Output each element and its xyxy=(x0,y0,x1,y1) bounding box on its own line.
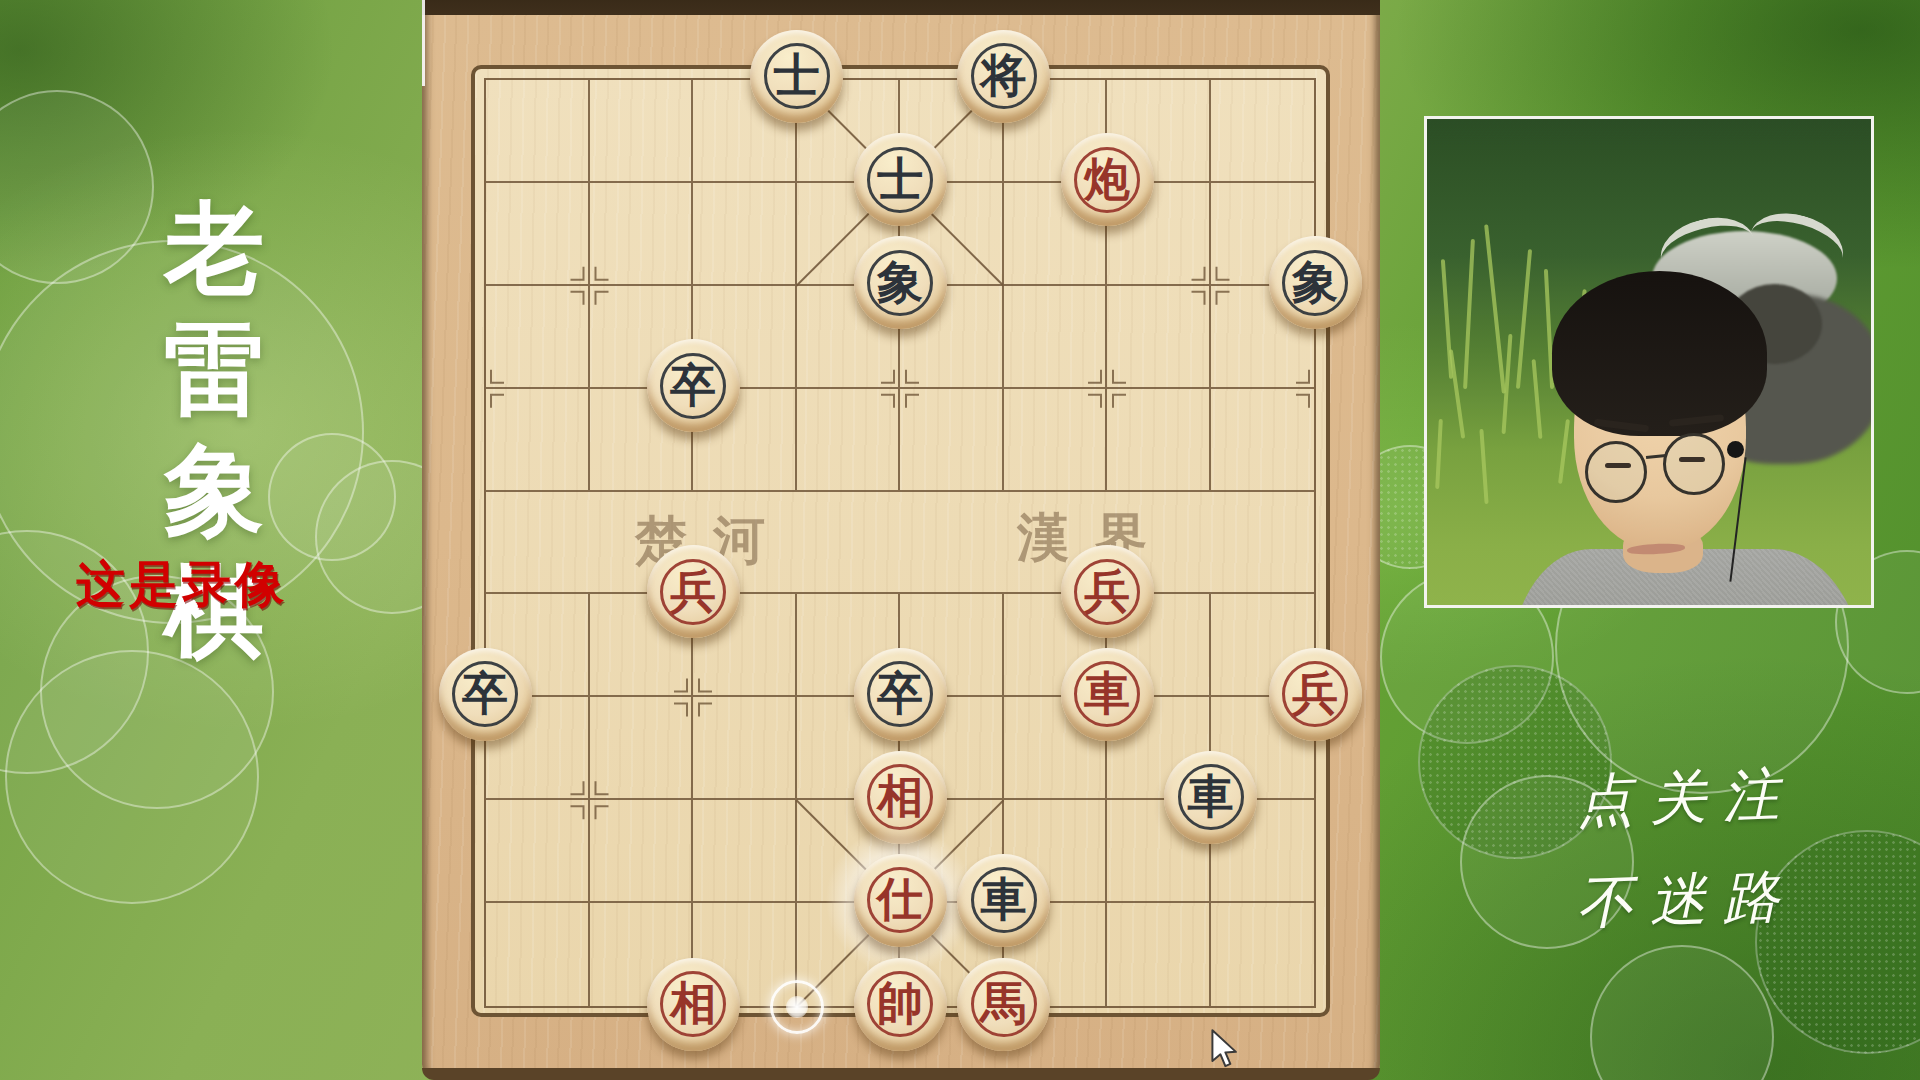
board-cell[interactable] xyxy=(486,286,590,389)
piece-士[interactable]: 士 xyxy=(750,30,843,123)
grass-blade xyxy=(1449,349,1465,439)
glasses-left-lens-icon xyxy=(1585,441,1647,503)
streamer-eye-right xyxy=(1679,457,1705,462)
board-cell[interactable] xyxy=(693,800,797,903)
piece-glyph: 兵 xyxy=(1084,568,1130,614)
board-cell[interactable] xyxy=(1004,286,1108,389)
board-cell[interactable] xyxy=(486,903,590,1006)
streamer-eye-left xyxy=(1605,463,1631,468)
board-cell[interactable] xyxy=(1211,389,1315,492)
board-cell[interactable] xyxy=(486,800,590,903)
mouse-cursor-icon xyxy=(1211,1029,1241,1071)
piece-車[interactable]: 車 xyxy=(1164,751,1257,844)
piece-炮[interactable]: 炮 xyxy=(1061,133,1154,226)
webcam-scene xyxy=(1427,119,1871,605)
xiangqi-board[interactable]: 楚河 漢界 士将士炮象象卒兵兵卒卒車兵相車仕車相帥馬 xyxy=(422,0,1380,1080)
board-cell[interactable] xyxy=(693,697,797,800)
grass-blade xyxy=(1516,249,1532,389)
piece-兵[interactable]: 兵 xyxy=(1061,545,1154,638)
webcam-overlay xyxy=(1424,116,1874,608)
piece-兵[interactable]: 兵 xyxy=(1269,648,1362,741)
recording-notice-label: 这是录像 xyxy=(76,552,288,618)
earbud-icon xyxy=(1727,441,1744,458)
piece-glyph: 相 xyxy=(670,980,716,1026)
board-cell[interactable] xyxy=(1004,389,1108,492)
piece-glyph: 仕 xyxy=(877,876,923,922)
bokeh-circle xyxy=(1590,945,1774,1080)
grass-blade xyxy=(1558,419,1570,484)
piece-glyph: 象 xyxy=(877,259,923,305)
board-left-highlight xyxy=(422,0,425,86)
title-char: 雷 xyxy=(150,309,278,430)
board-cell[interactable] xyxy=(693,183,797,286)
piece-象[interactable]: 象 xyxy=(854,236,947,329)
board-cell[interactable] xyxy=(590,80,694,183)
piece-glyph: 炮 xyxy=(1084,156,1130,202)
grass-blade xyxy=(1435,419,1443,489)
piece-glyph: 兵 xyxy=(670,568,716,614)
board-cell[interactable] xyxy=(900,389,1004,492)
piece-将[interactable]: 将 xyxy=(957,30,1050,123)
piece-馬[interactable]: 馬 xyxy=(957,958,1050,1051)
piece-兵[interactable]: 兵 xyxy=(647,545,740,638)
move-origin-dot xyxy=(786,996,808,1018)
board-cell[interactable] xyxy=(486,80,590,183)
board-cell[interactable] xyxy=(590,183,694,286)
board-cell[interactable] xyxy=(486,389,590,492)
grass-blade xyxy=(1532,359,1543,439)
piece-glyph: 将 xyxy=(981,52,1027,98)
grass-blade xyxy=(1479,429,1488,504)
board-cell[interactable] xyxy=(797,492,901,595)
board-cell[interactable] xyxy=(1107,903,1211,1006)
board-cell[interactable] xyxy=(590,800,694,903)
piece-glyph: 相 xyxy=(877,773,923,819)
slogan-line-2: 不迷路 xyxy=(1505,856,1867,946)
title-char: 象 xyxy=(150,430,278,551)
stream-frame: 老 雷 象 棋 这是录像 点关注 不迷路 楚河 漢界 士将士炮象象卒兵兵卒卒車兵… xyxy=(0,0,1920,1080)
board-cell[interactable] xyxy=(1107,286,1211,389)
piece-glyph: 兵 xyxy=(1292,670,1338,716)
glasses-right-lens-icon xyxy=(1663,433,1725,495)
board-cell[interactable] xyxy=(1211,903,1315,1006)
piece-glyph: 帥 xyxy=(877,980,923,1026)
piece-車[interactable]: 車 xyxy=(957,854,1050,947)
board-cell[interactable] xyxy=(486,183,590,286)
piece-glyph: 車 xyxy=(981,876,1027,922)
title-char: 老 xyxy=(150,188,278,309)
piece-卒[interactable]: 卒 xyxy=(854,648,947,741)
piece-卒[interactable]: 卒 xyxy=(647,339,740,432)
piece-glyph: 士 xyxy=(774,52,820,98)
piece-glyph: 卒 xyxy=(462,670,508,716)
slogan-line-1: 点关注 xyxy=(1505,754,1867,844)
piece-glyph: 車 xyxy=(1188,773,1234,819)
piece-士[interactable]: 士 xyxy=(854,133,947,226)
board-cell[interactable] xyxy=(1211,80,1315,183)
grass-blade xyxy=(1484,224,1506,393)
piece-相[interactable]: 相 xyxy=(647,958,740,1051)
board-cell[interactable] xyxy=(900,492,1004,595)
piece-卒[interactable]: 卒 xyxy=(439,648,532,741)
board-cell[interactable] xyxy=(486,492,590,595)
piece-glyph: 象 xyxy=(1292,259,1338,305)
grass-blade xyxy=(1463,239,1475,389)
piece-仕[interactable]: 仕 xyxy=(854,854,947,947)
board-cell[interactable] xyxy=(590,697,694,800)
piece-glyph: 卒 xyxy=(877,670,923,716)
piece-glyph: 車 xyxy=(1084,670,1130,716)
board-cell[interactable] xyxy=(1107,389,1211,492)
piece-glyph: 卒 xyxy=(670,362,716,408)
piece-glyph: 士 xyxy=(877,156,923,202)
streamer-hair xyxy=(1552,271,1767,436)
board-cell[interactable] xyxy=(1211,492,1315,595)
piece-象[interactable]: 象 xyxy=(1269,236,1362,329)
piece-glyph: 馬 xyxy=(981,980,1027,1026)
board-cell[interactable] xyxy=(797,389,901,492)
piece-車[interactable]: 車 xyxy=(1061,648,1154,741)
piece-帥[interactable]: 帥 xyxy=(854,958,947,1051)
board-top-edge xyxy=(422,0,1380,15)
move-origin-marker xyxy=(770,980,824,1034)
